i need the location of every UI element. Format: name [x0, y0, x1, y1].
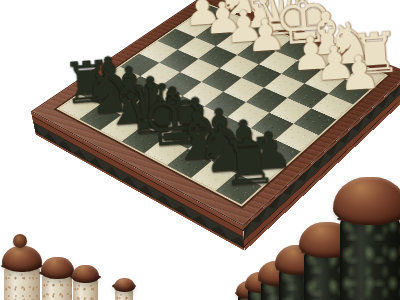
closeup-piece-body: [115, 285, 133, 300]
black-rook: ♜: [210, 128, 287, 197]
closeup-piece-cap: [333, 177, 400, 225]
closeup-piece-body: [261, 279, 293, 300]
closeup-piece-body: [73, 276, 98, 300]
closeup-piece-body: [304, 251, 350, 300]
board-frame: ♜♟♟♜♞♟♟♞♝♟♟♝♛♟♟♛♚♟♟♚♝♟♟♝♞♟♟♞♜♟♟♜: [31, 0, 400, 226]
closeup-piece-body: [42, 272, 72, 300]
closeup-piece-cap: [2, 246, 42, 272]
white-pawn: ♟: [325, 47, 393, 98]
closeup-piece-cap: [41, 257, 74, 279]
closeup-piece-cap: [72, 265, 99, 283]
closeup-piece-finial: [13, 234, 27, 248]
closeup-piece-body: [4, 265, 40, 300]
closeup-piece-cap: [236, 281, 263, 299]
closeup-piece-cap: [258, 261, 296, 286]
closeup-piece-body: [340, 218, 400, 300]
product-render-stage: ♜♟♟♜♞♟♟♞♝♟♟♝♛♟♟♛♚♟♟♚♝♟♟♝♞♟♟♞♜♟♟♜: [0, 0, 400, 300]
closeup-piece-body: [279, 268, 317, 300]
closeup-piece-cap: [245, 272, 277, 293]
closeup-piece-body: [238, 292, 261, 300]
square: ♜: [216, 173, 262, 204]
closeup-piece-cap: [114, 278, 135, 292]
closeup-piece-cap: [299, 222, 355, 258]
chess-board-3d: ♜♟♟♜♞♟♟♞♝♟♟♝♛♟♟♛♚♟♟♚♝♟♟♝♞♟♟♞♜♟♟♜: [31, 0, 400, 226]
closeup-piece-body: [248, 286, 275, 300]
closeup-piece-cap: [275, 245, 321, 275]
square: ♟: [329, 79, 370, 104]
